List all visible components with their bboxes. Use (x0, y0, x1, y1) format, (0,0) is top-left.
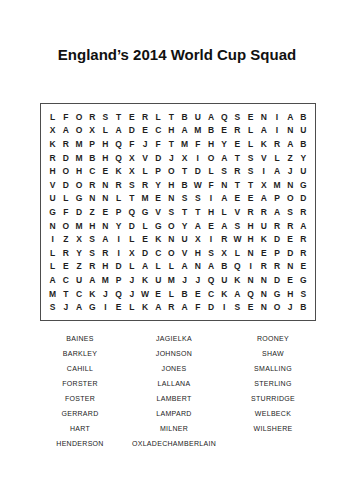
grid-cell: M (138, 192, 151, 206)
grid-cell: S (284, 205, 297, 219)
grid-cell: Y (297, 151, 310, 165)
grid-cell: N (165, 232, 178, 246)
word-item: SMALLING (215, 361, 331, 376)
grid-cell: T (178, 205, 191, 219)
grid-cell: B (297, 300, 310, 314)
grid-cell: G (46, 205, 59, 219)
grid-cell: R (138, 110, 151, 124)
grid-cell: L (46, 260, 59, 274)
grid-cell: G (297, 273, 310, 287)
grid-cell: S (218, 164, 231, 178)
grid-cell: R (270, 260, 283, 274)
grid-cell: F (191, 300, 204, 314)
word-item: SHAW (215, 346, 331, 361)
grid-cell: D (125, 124, 138, 138)
grid-cell: E (191, 287, 204, 301)
grid-cell: A (218, 151, 231, 165)
grid-cell: E (152, 287, 165, 301)
grid-cell: S (99, 110, 112, 124)
word-item: OXLADECHAMBERLAIN (116, 436, 232, 451)
grid-cell: Q (204, 273, 217, 287)
grid-cell: E (138, 124, 151, 138)
grid-cell: R (297, 246, 310, 260)
grid-cell: H (244, 219, 257, 233)
grid-cell: O (59, 219, 72, 233)
grid-cell: K (138, 300, 151, 314)
grid-cell: Y (218, 137, 231, 151)
grid-cell: L (231, 246, 244, 260)
worksheet-page: { "game": "word-search", "title": "Engla… (0, 0, 354, 500)
grid-cell: S (231, 300, 244, 314)
grid-cell: K (138, 273, 151, 287)
grid-cell: N (165, 192, 178, 206)
grid-cell: N (99, 219, 112, 233)
grid-cell: R (165, 300, 178, 314)
grid-cell: R (284, 219, 297, 233)
grid-cell: O (72, 178, 85, 192)
grid-cell: D (59, 151, 72, 165)
grid-cell: Z (59, 232, 72, 246)
grid-cell: N (218, 178, 231, 192)
grid-cell: A (46, 273, 59, 287)
grid-cell: Y (112, 219, 125, 233)
grid-cell: Q (125, 205, 138, 219)
grid-cell: B (297, 137, 310, 151)
grid-cell: A (270, 164, 283, 178)
grid-cell: K (112, 164, 125, 178)
grid-cell: J (284, 300, 297, 314)
grid-cell: T (231, 178, 244, 192)
grid-cell: A (218, 219, 231, 233)
grid-cell: U (218, 273, 231, 287)
grid-cell: N (284, 178, 297, 192)
grid-cell: L (138, 164, 151, 178)
grid-cell: Z (72, 260, 85, 274)
grid-cell: O (284, 192, 297, 206)
grid-cell: F (191, 137, 204, 151)
grid-cell: E (244, 110, 257, 124)
grid-cell: I (112, 246, 125, 260)
word-search-grid: LFORSTERLTBUAQSENIABXAOXLADECHAMBERLAINU… (40, 103, 316, 321)
grid-cell: S (297, 287, 310, 301)
grid-cell: A (178, 260, 191, 274)
grid-cell: E (125, 110, 138, 124)
grid-cell: E (284, 232, 297, 246)
grid-cell: R (86, 178, 99, 192)
grid-cell: A (204, 110, 217, 124)
grid-cell: D (152, 151, 165, 165)
grid-cell: O (165, 219, 178, 233)
word-list: BAINESBARKLEYCAHILLFORSTERFOSTERGERRARDH… (0, 331, 354, 461)
grid-cell: R (218, 232, 231, 246)
grid-cell: L (152, 260, 165, 274)
grid-cell: E (152, 192, 165, 206)
grid-cell: E (231, 192, 244, 206)
grid-cell: T (165, 110, 178, 124)
grid-cell: Q (112, 137, 125, 151)
grid-cell: E (99, 205, 112, 219)
grid-cell: A (257, 192, 270, 206)
grid-cell: L (59, 192, 72, 206)
grid-cell: V (152, 205, 165, 219)
grid-cell: X (125, 164, 138, 178)
grid-cell: Q (231, 260, 244, 274)
grid-cell: R (257, 205, 270, 219)
grid-cell: B (178, 110, 191, 124)
grid-cell: H (72, 164, 85, 178)
grid-cell: B (297, 110, 310, 124)
grid-cell: A (231, 287, 244, 301)
grid-cell: L (244, 124, 257, 138)
grid-cell: S (86, 232, 99, 246)
grid-cell: L (165, 287, 178, 301)
grid-cell: S (125, 178, 138, 192)
grid-cell: R (297, 205, 310, 219)
grid-cell: J (284, 164, 297, 178)
grid-cell: T (244, 178, 257, 192)
grid-cell: A (178, 124, 191, 138)
grid-cell: D (204, 300, 217, 314)
grid-cell: D (270, 232, 283, 246)
grid-cell: N (257, 287, 270, 301)
grid-cell: L (152, 110, 165, 124)
grid-cell: X (257, 178, 270, 192)
grid-cell: U (46, 192, 59, 206)
grid-cell: C (86, 164, 99, 178)
grid-cell: X (218, 246, 231, 260)
grid-cell: L (218, 205, 231, 219)
grid-cell: Q (112, 287, 125, 301)
grid-cell: X (125, 246, 138, 260)
grid-cell: P (86, 137, 99, 151)
grid-cell: K (152, 232, 165, 246)
grid-cell: K (257, 232, 270, 246)
grid-cell: H (284, 287, 297, 301)
grid-cell: R (46, 151, 59, 165)
grid-cell: Y (152, 178, 165, 192)
grid-cell: L (125, 260, 138, 274)
grid-cell: L (270, 151, 283, 165)
grid-cell: A (204, 260, 217, 274)
grid-cell: T (112, 110, 125, 124)
grid-cell: I (46, 232, 59, 246)
grid-cell: U (152, 273, 165, 287)
grid-cell: N (244, 273, 257, 287)
grid-cell: H (204, 205, 217, 219)
grid-cell: A (284, 137, 297, 151)
grid-cell: G (138, 205, 151, 219)
grid-cell: A (138, 260, 151, 274)
grid-cell: Z (86, 205, 99, 219)
grid-cell: H (99, 137, 112, 151)
puzzle-title: England’s 2014 World Cup Squad (0, 46, 354, 63)
grid-cell: D (112, 260, 125, 274)
word-item: ROONEY (215, 331, 331, 346)
grid-cell: L (204, 164, 217, 178)
grid-cell: R (86, 260, 99, 274)
grid-cell: N (99, 178, 112, 192)
grid-cell: Q (218, 110, 231, 124)
grid-cell: E (59, 260, 72, 274)
grid-cell: J (125, 287, 138, 301)
grid-cell: A (178, 300, 191, 314)
grid-cell: N (284, 124, 297, 138)
grid-cell: T (191, 205, 204, 219)
grid-cell: O (165, 246, 178, 260)
grid-cell: I (99, 300, 112, 314)
grid-cell: M (270, 178, 283, 192)
grid-cell: P (270, 246, 283, 260)
grid-cell: A (297, 219, 310, 233)
grid-cell: C (59, 273, 72, 287)
grid-cell: W (138, 287, 151, 301)
grid-cell: V (138, 151, 151, 165)
grid-cell: R (99, 246, 112, 260)
grid-cell: S (244, 151, 257, 165)
grid-cell: K (257, 137, 270, 151)
grid-cell: L (125, 300, 138, 314)
grid-cell: M (165, 273, 178, 287)
grid-cell: R (244, 205, 257, 219)
grid-cell: J (191, 273, 204, 287)
grid-cell: W (231, 232, 244, 246)
grid-cell: V (46, 178, 59, 192)
grid-cell: K (86, 287, 99, 301)
grid-cell: R (138, 178, 151, 192)
grid-cell: Y (178, 219, 191, 233)
grid-cell: S (231, 219, 244, 233)
grid-cell: P (270, 192, 283, 206)
grid-cell: D (270, 273, 283, 287)
grid-cell: H (165, 178, 178, 192)
grid-cell: R (231, 124, 244, 138)
grid-cell: A (99, 232, 112, 246)
grid-cell: L (46, 110, 59, 124)
grid-cell: S (244, 164, 257, 178)
word-item: STURRIDGE (215, 391, 331, 406)
grid-cell: L (99, 124, 112, 138)
grid-cell: C (152, 124, 165, 138)
grid-cell: O (204, 151, 217, 165)
grid-cell: J (99, 287, 112, 301)
grid-cell: Y (72, 246, 85, 260)
grid-cell: V (178, 246, 191, 260)
grid-cell: D (72, 205, 85, 219)
grid-cell: F (59, 205, 72, 219)
grid-cell: F (204, 178, 217, 192)
grid-cell: L (46, 246, 59, 260)
grid-cell: M (72, 151, 85, 165)
grid-cell: V (231, 205, 244, 219)
grid-cell: G (72, 192, 85, 206)
grid-cell: B (178, 287, 191, 301)
grid-cell: F (152, 137, 165, 151)
grid-cell: A (72, 300, 85, 314)
grid-cell: G (297, 178, 310, 192)
grid-cell: A (112, 124, 125, 138)
grid-cell: H (204, 137, 217, 151)
grid-cell: I (270, 110, 283, 124)
grid-cell: I (257, 164, 270, 178)
grid-cell: T (231, 151, 244, 165)
grid-cell: G (86, 300, 99, 314)
grid-cell: S (191, 192, 204, 206)
grid-cell: H (165, 124, 178, 138)
grid-cell: X (46, 124, 59, 138)
grid-cell: P (112, 205, 125, 219)
grid-cell: E (204, 219, 217, 233)
grid-cell: F (59, 110, 72, 124)
grid-cell: E (257, 246, 270, 260)
grid-cell: S (165, 205, 178, 219)
grid-cell: I (218, 300, 231, 314)
grid-cell: J (125, 273, 138, 287)
grid-cell: E (112, 300, 125, 314)
grid-cell: T (178, 164, 191, 178)
grid-cell: A (218, 192, 231, 206)
grid-cell: R (231, 164, 244, 178)
grid-cell: L (112, 192, 125, 206)
grid-cell: E (99, 164, 112, 178)
grid-cell: X (191, 232, 204, 246)
grid-cell: F (125, 137, 138, 151)
grid-cell: J (59, 300, 72, 314)
grid-cell: R (112, 178, 125, 192)
grid-cell: T (125, 192, 138, 206)
word-item: WILSHERE (215, 421, 331, 436)
grid-cell: K (231, 273, 244, 287)
grid-cell: O (270, 300, 283, 314)
grid-cell: Q (244, 287, 257, 301)
grid-cell: U (297, 124, 310, 138)
grid-cell: O (72, 110, 85, 124)
grid-cell: L (244, 137, 257, 151)
grid-cell: J (178, 273, 191, 287)
grid-cell: A (86, 273, 99, 287)
grid-cell: U (178, 232, 191, 246)
grid-cell: S (231, 110, 244, 124)
grid-cell: Q (112, 151, 125, 165)
grid-cell: M (178, 137, 191, 151)
grid-cell: L (165, 260, 178, 274)
grid-cell: H (86, 219, 99, 233)
grid-cell: C (72, 287, 85, 301)
grid-cell: N (86, 192, 99, 206)
word-list-column: ROONEYSHAWSMALLINGSTERLINGSTURRIDGEWELBE… (215, 331, 331, 436)
grid-cell: D (59, 178, 72, 192)
grid-cell: E (244, 192, 257, 206)
grid-cell: S (204, 246, 217, 260)
grid-cell: X (178, 151, 191, 165)
grid-cell: N (257, 273, 270, 287)
grid-cell: Z (284, 151, 297, 165)
grid-cell: S (86, 246, 99, 260)
word-item: STERLING (215, 376, 331, 391)
grid-cell: M (72, 219, 85, 233)
grid-cell: B (86, 151, 99, 165)
grid-cell: U (297, 164, 310, 178)
grid-cell: N (99, 192, 112, 206)
grid-cell: B (218, 260, 231, 274)
grid-cell: N (191, 260, 204, 274)
grid-cell: U (257, 219, 270, 233)
grid-cell: I (204, 232, 217, 246)
grid-cell: D (191, 164, 204, 178)
grid-cell: X (125, 151, 138, 165)
grid-cell: A (191, 219, 204, 233)
grid-cell: E (284, 273, 297, 287)
grid-cell: J (165, 151, 178, 165)
grid-cell: A (257, 124, 270, 138)
grid-cell: L (138, 219, 151, 233)
grid-cell: P (152, 164, 165, 178)
grid-cell: C (152, 246, 165, 260)
grid-cell: C (204, 287, 217, 301)
grid-cell: B (204, 124, 217, 138)
grid-cell: E (138, 232, 151, 246)
grid-cell: R (59, 246, 72, 260)
grid-cell: E (297, 260, 310, 274)
grid-cell: H (46, 164, 59, 178)
grid-cell: S (178, 192, 191, 206)
grid-cell: E (244, 300, 257, 314)
grid-cell: M (72, 137, 85, 151)
grid-cell: S (46, 300, 59, 314)
grid-cell: M (46, 287, 59, 301)
grid-cell: G (152, 219, 165, 233)
grid-cell: M (191, 124, 204, 138)
grid-cell: U (191, 110, 204, 124)
grid-cell: D (297, 192, 310, 206)
grid-cell: J (138, 137, 151, 151)
grid-cell: E (218, 124, 231, 138)
grid-cell: W (191, 178, 204, 192)
grid-cell: R (59, 137, 72, 151)
grid-cell: A (270, 205, 283, 219)
grid-cell: T (59, 287, 72, 301)
grid-cell: H (99, 151, 112, 165)
grid-cell: L (125, 232, 138, 246)
grid-cell: I (244, 260, 257, 274)
grid-cell: X (86, 124, 99, 138)
grid-cell: O (59, 164, 72, 178)
grid-cell: M (99, 273, 112, 287)
grid-cell: E (231, 137, 244, 151)
grid-cell: A (59, 124, 72, 138)
grid-cell: N (244, 246, 257, 260)
grid-cell: A (152, 300, 165, 314)
grid-cell: N (257, 110, 270, 124)
grid-cell: I (191, 151, 204, 165)
grid-cell: I (270, 124, 283, 138)
grid-cell: I (204, 192, 217, 206)
grid-cell: H (244, 232, 257, 246)
word-item: WELBECK (215, 406, 331, 421)
grid-cell: K (46, 137, 59, 151)
grid-cell: O (72, 124, 85, 138)
grid-cell: R (270, 137, 283, 151)
grid-cell: D (138, 246, 151, 260)
grid-cell: X (72, 232, 85, 246)
grid-cell: D (284, 246, 297, 260)
grid-cell: B (178, 178, 191, 192)
grid-cell: N (46, 219, 59, 233)
grid-cell: N (257, 300, 270, 314)
grid-cell: K (218, 287, 231, 301)
grid-cell: U (72, 273, 85, 287)
grid-cell: A (284, 110, 297, 124)
grid-cell: R (270, 219, 283, 233)
